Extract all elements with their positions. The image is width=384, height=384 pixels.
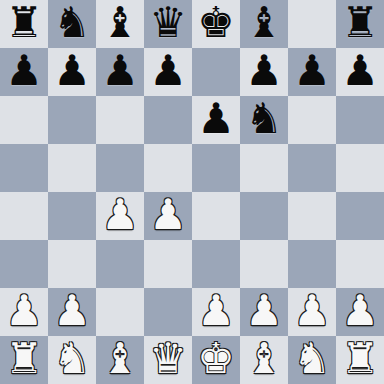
square-f7[interactable]: ♟	[240, 48, 288, 96]
black-knight-icon[interactable]: ♞	[53, 0, 91, 47]
white-pawn-icon[interactable]: ♟	[341, 287, 379, 335]
square-a5[interactable]	[0, 144, 48, 192]
black-rook-icon[interactable]: ♜	[5, 0, 43, 47]
square-b3[interactable]	[48, 240, 96, 288]
black-knight-icon[interactable]: ♞	[245, 95, 283, 143]
chess-app: ♜♞♝♛♚♝♜♟♟♟♟♟♟♟♟♞♟♟♟♟♟♟♟♟♜♞♝♛♚♝♞♜	[0, 0, 384, 384]
square-a3[interactable]	[0, 240, 48, 288]
square-d2[interactable]	[144, 288, 192, 336]
square-g7[interactable]: ♟	[288, 48, 336, 96]
square-e5[interactable]	[192, 144, 240, 192]
square-b4[interactable]	[48, 192, 96, 240]
square-e4[interactable]	[192, 192, 240, 240]
square-d1[interactable]: ♛	[144, 336, 192, 384]
black-pawn-icon[interactable]: ♟	[245, 47, 283, 95]
black-pawn-icon[interactable]: ♟	[293, 47, 331, 95]
white-rook-icon[interactable]: ♜	[341, 335, 379, 383]
square-h5[interactable]	[336, 144, 384, 192]
square-c1[interactable]: ♝	[96, 336, 144, 384]
white-pawn-icon[interactable]: ♟	[197, 287, 235, 335]
black-pawn-icon[interactable]: ♟	[53, 47, 91, 95]
square-f6[interactable]: ♞	[240, 96, 288, 144]
square-g6[interactable]	[288, 96, 336, 144]
square-a6[interactable]	[0, 96, 48, 144]
square-c7[interactable]: ♟	[96, 48, 144, 96]
square-h6[interactable]	[336, 96, 384, 144]
square-e2[interactable]: ♟	[192, 288, 240, 336]
square-b1[interactable]: ♞	[48, 336, 96, 384]
square-h4[interactable]	[336, 192, 384, 240]
square-g1[interactable]: ♞	[288, 336, 336, 384]
square-h1[interactable]: ♜	[336, 336, 384, 384]
black-rook-icon[interactable]: ♜	[341, 0, 379, 47]
square-c6[interactable]	[96, 96, 144, 144]
white-bishop-icon[interactable]: ♝	[245, 335, 283, 383]
square-g2[interactable]: ♟	[288, 288, 336, 336]
square-d5[interactable]	[144, 144, 192, 192]
square-h2[interactable]: ♟	[336, 288, 384, 336]
white-king-icon[interactable]: ♚	[197, 335, 235, 383]
square-c8[interactable]: ♝	[96, 0, 144, 48]
square-f2[interactable]: ♟	[240, 288, 288, 336]
square-g4[interactable]	[288, 192, 336, 240]
square-a7[interactable]: ♟	[0, 48, 48, 96]
white-pawn-icon[interactable]: ♟	[149, 191, 187, 239]
black-bishop-icon[interactable]: ♝	[101, 0, 139, 47]
black-pawn-icon[interactable]: ♟	[149, 47, 187, 95]
square-e7[interactable]	[192, 48, 240, 96]
square-d6[interactable]	[144, 96, 192, 144]
black-bishop-icon[interactable]: ♝	[245, 0, 283, 47]
square-e3[interactable]	[192, 240, 240, 288]
square-h7[interactable]: ♟	[336, 48, 384, 96]
black-pawn-icon[interactable]: ♟	[101, 47, 139, 95]
square-a2[interactable]: ♟	[0, 288, 48, 336]
white-pawn-icon[interactable]: ♟	[245, 287, 283, 335]
square-b7[interactable]: ♟	[48, 48, 96, 96]
square-h8[interactable]: ♜	[336, 0, 384, 48]
square-b6[interactable]	[48, 96, 96, 144]
white-bishop-icon[interactable]: ♝	[101, 335, 139, 383]
square-c4[interactable]: ♟	[96, 192, 144, 240]
white-pawn-icon[interactable]: ♟	[5, 287, 43, 335]
square-a8[interactable]: ♜	[0, 0, 48, 48]
square-d8[interactable]: ♛	[144, 0, 192, 48]
black-pawn-icon[interactable]: ♟	[5, 47, 43, 95]
square-d4[interactable]: ♟	[144, 192, 192, 240]
white-knight-icon[interactable]: ♞	[293, 335, 331, 383]
square-a1[interactable]: ♜	[0, 336, 48, 384]
square-d3[interactable]	[144, 240, 192, 288]
black-pawn-icon[interactable]: ♟	[341, 47, 379, 95]
square-g5[interactable]	[288, 144, 336, 192]
square-f5[interactable]	[240, 144, 288, 192]
black-pawn-icon[interactable]: ♟	[197, 95, 235, 143]
square-g8[interactable]	[288, 0, 336, 48]
square-b2[interactable]: ♟	[48, 288, 96, 336]
square-f3[interactable]	[240, 240, 288, 288]
square-f8[interactable]: ♝	[240, 0, 288, 48]
white-pawn-icon[interactable]: ♟	[53, 287, 91, 335]
square-d7[interactable]: ♟	[144, 48, 192, 96]
square-c2[interactable]	[96, 288, 144, 336]
white-knight-icon[interactable]: ♞	[53, 335, 91, 383]
square-b8[interactable]: ♞	[48, 0, 96, 48]
square-f4[interactable]	[240, 192, 288, 240]
square-e6[interactable]: ♟	[192, 96, 240, 144]
square-b5[interactable]	[48, 144, 96, 192]
white-pawn-icon[interactable]: ♟	[293, 287, 331, 335]
square-e1[interactable]: ♚	[192, 336, 240, 384]
white-pawn-icon[interactable]: ♟	[101, 191, 139, 239]
square-g3[interactable]	[288, 240, 336, 288]
white-rook-icon[interactable]: ♜	[5, 335, 43, 383]
square-a4[interactable]	[0, 192, 48, 240]
black-king-icon[interactable]: ♚	[197, 0, 235, 47]
black-queen-icon[interactable]: ♛	[149, 0, 187, 47]
square-h3[interactable]	[336, 240, 384, 288]
white-queen-icon[interactable]: ♛	[149, 335, 187, 383]
square-f1[interactable]: ♝	[240, 336, 288, 384]
square-e8[interactable]: ♚	[192, 0, 240, 48]
square-c3[interactable]	[96, 240, 144, 288]
chess-board: ♜♞♝♛♚♝♜♟♟♟♟♟♟♟♟♞♟♟♟♟♟♟♟♟♜♞♝♛♚♝♞♜	[0, 0, 384, 384]
square-c5[interactable]	[96, 144, 144, 192]
